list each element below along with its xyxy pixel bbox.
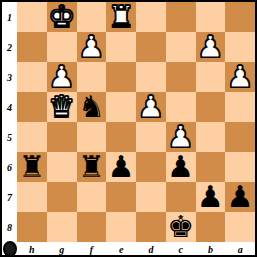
square-g8[interactable] [47, 212, 77, 242]
square-d1[interactable] [136, 2, 166, 32]
square-h7[interactable] [17, 182, 47, 212]
square-f5[interactable] [77, 122, 107, 152]
square-h3[interactable] [17, 62, 47, 92]
square-c8[interactable]: ♚ [166, 212, 196, 242]
square-a1[interactable] [225, 2, 255, 32]
white-queen: ♛ [48, 92, 75, 122]
square-c2[interactable] [166, 32, 196, 62]
square-d7[interactable] [136, 182, 166, 212]
square-h8[interactable] [17, 212, 47, 242]
square-e8[interactable] [106, 212, 136, 242]
square-a3[interactable]: ♟ [225, 62, 255, 92]
white-pawn: ♟ [137, 92, 164, 122]
file-label-a: a [225, 242, 255, 256]
black-rook: ♜ [18, 152, 45, 182]
square-b2[interactable]: ♟ [196, 32, 226, 62]
square-e1[interactable]: ♜ [106, 2, 136, 32]
file-label-e: e [106, 242, 136, 256]
black-pawn: ♟ [167, 152, 194, 182]
file-label-c: c [166, 242, 196, 256]
square-b1[interactable] [196, 2, 226, 32]
file-label-h: h [17, 242, 47, 256]
square-g2[interactable] [47, 32, 77, 62]
square-g3[interactable]: ♟ [47, 62, 77, 92]
black-to-move-indicator [3, 241, 17, 257]
square-e6[interactable]: ♟ [106, 152, 136, 182]
white-pawn: ♟ [197, 32, 224, 62]
square-g7[interactable] [47, 182, 77, 212]
square-g6[interactable] [47, 152, 77, 182]
square-f8[interactable] [77, 212, 107, 242]
square-d8[interactable] [136, 212, 166, 242]
square-h2[interactable] [17, 32, 47, 62]
rank-label-7: 7 [2, 182, 17, 212]
rank-label-3: 3 [2, 62, 17, 92]
black-pawn: ♟ [197, 182, 224, 212]
rank-label-2: 2 [2, 32, 17, 62]
white-king: ♚ [48, 2, 75, 32]
square-f6[interactable]: ♜ [77, 152, 107, 182]
square-f3[interactable] [77, 62, 107, 92]
square-g4[interactable]: ♛ [47, 92, 77, 122]
black-pawn: ♟ [108, 152, 135, 182]
square-c3[interactable] [166, 62, 196, 92]
white-pawn: ♟ [78, 32, 105, 62]
rank-label-4: 4 [2, 92, 17, 122]
square-d4[interactable]: ♟ [136, 92, 166, 122]
square-b5[interactable] [196, 122, 226, 152]
rank-label-6: 6 [2, 152, 17, 182]
black-rook: ♜ [78, 152, 105, 182]
corner-cell [2, 242, 17, 256]
square-e2[interactable] [106, 32, 136, 62]
square-f1[interactable] [77, 2, 107, 32]
white-pawn: ♟ [48, 62, 75, 92]
square-c4[interactable] [166, 92, 196, 122]
square-c1[interactable] [166, 2, 196, 32]
square-h5[interactable] [17, 122, 47, 152]
square-h1[interactable] [17, 2, 47, 32]
square-f4[interactable]: ♞ [77, 92, 107, 122]
black-knight: ♞ [78, 92, 105, 122]
square-b7[interactable]: ♟ [196, 182, 226, 212]
square-f2[interactable]: ♟ [77, 32, 107, 62]
square-g1[interactable]: ♚ [47, 2, 77, 32]
square-c5[interactable]: ♟ [166, 122, 196, 152]
square-a4[interactable] [225, 92, 255, 122]
file-label-g: g [47, 242, 77, 256]
square-g5[interactable] [47, 122, 77, 152]
square-c7[interactable] [166, 182, 196, 212]
white-rook: ♜ [108, 2, 135, 32]
square-d2[interactable] [136, 32, 166, 62]
square-f7[interactable] [77, 182, 107, 212]
square-e3[interactable] [106, 62, 136, 92]
chess-diagram: 1♚♜2♟♟3♟♟4♛♞♟5♟6♜♜♟♟7♟♟8♚hgfedcba [0, 0, 257, 257]
square-b3[interactable] [196, 62, 226, 92]
chessboard: 1♚♜2♟♟3♟♟4♛♞♟5♟6♜♜♟♟7♟♟8♚hgfedcba [2, 2, 255, 255]
square-c6[interactable]: ♟ [166, 152, 196, 182]
rank-label-8: 8 [2, 212, 17, 242]
rank-label-1: 1 [2, 2, 17, 32]
white-pawn: ♟ [227, 62, 254, 92]
square-a6[interactable] [225, 152, 255, 182]
square-h6[interactable]: ♜ [17, 152, 47, 182]
square-b4[interactable] [196, 92, 226, 122]
square-b6[interactable] [196, 152, 226, 182]
file-label-f: f [77, 242, 107, 256]
file-label-b: b [196, 242, 226, 256]
white-pawn: ♟ [167, 122, 194, 152]
square-a7[interactable]: ♟ [225, 182, 255, 212]
black-pawn: ♟ [227, 182, 254, 212]
rank-label-5: 5 [2, 122, 17, 152]
square-e5[interactable] [106, 122, 136, 152]
square-e7[interactable] [106, 182, 136, 212]
square-d3[interactable] [136, 62, 166, 92]
square-e4[interactable] [106, 92, 136, 122]
square-a5[interactable] [225, 122, 255, 152]
square-d5[interactable] [136, 122, 166, 152]
square-b8[interactable] [196, 212, 226, 242]
square-a2[interactable] [225, 32, 255, 62]
black-king: ♚ [167, 212, 194, 242]
file-label-d: d [136, 242, 166, 256]
square-d6[interactable] [136, 152, 166, 182]
square-h4[interactable] [17, 92, 47, 122]
square-a8[interactable] [225, 212, 255, 242]
